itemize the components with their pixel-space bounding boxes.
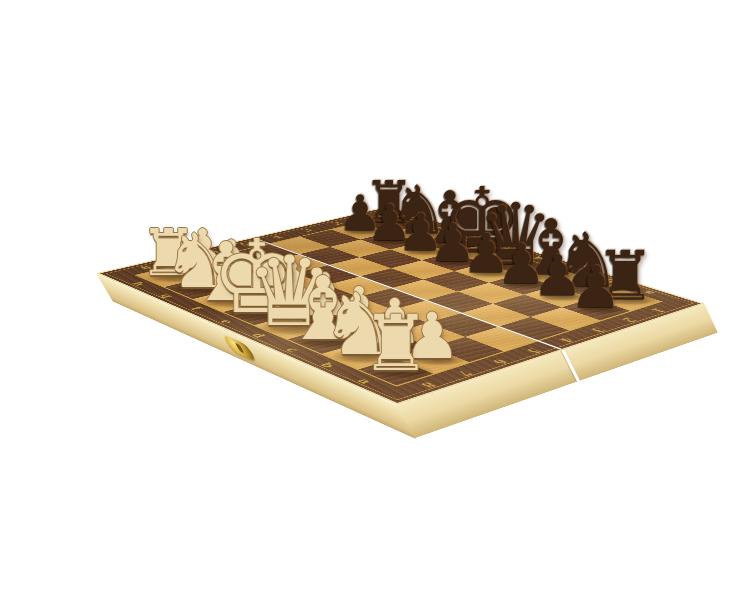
square (493, 295, 561, 317)
file-label-glyph: a (640, 290, 658, 296)
rank-label-glyph: 6 (489, 358, 511, 366)
rank-label-glyph: 4 (556, 336, 577, 343)
rank-label-glyph: 8 (417, 380, 439, 388)
file-label-glyph: f (188, 306, 205, 311)
square (358, 358, 433, 385)
board-perspective-wrapper: hgfedcba hgfedcba 12345678 12345678 (67, 76, 716, 500)
square (359, 309, 428, 332)
file-label-glyph: a (355, 377, 376, 384)
square (428, 313, 498, 337)
square (359, 288, 426, 309)
square (431, 337, 504, 363)
square (324, 319, 394, 343)
square (498, 317, 569, 341)
square (395, 347, 469, 373)
square (359, 333, 431, 358)
square (465, 326, 537, 351)
square (524, 286, 591, 307)
rank-label-glyph: 1 (648, 307, 668, 314)
square (255, 315, 324, 339)
file-label-glyph: e (217, 319, 236, 325)
rank-label-glyph: 7 (453, 369, 475, 377)
rank-label-glyph: 3 (587, 326, 608, 333)
square (561, 298, 630, 320)
file-label-glyph: b (317, 361, 338, 368)
square (326, 297, 393, 319)
file-label-glyph: c (283, 347, 303, 354)
square (291, 306, 359, 329)
square (223, 303, 290, 326)
square (288, 329, 359, 354)
rank-label-glyph: 2 (618, 316, 639, 323)
square (259, 293, 326, 315)
rank-label-glyph: 5 (523, 347, 544, 355)
square (591, 289, 659, 311)
square (394, 323, 465, 347)
square (530, 307, 600, 330)
square (426, 291, 493, 313)
file-label-glyph: d (249, 332, 269, 339)
file-label-glyph: g (158, 293, 177, 299)
chess-board: hgfedcba hgfedcba 12345678 12345678 (96, 206, 705, 405)
chess-set: hgfedcba hgfedcba 12345678 12345678 (96, 206, 705, 405)
square (461, 304, 530, 327)
labels-bottom: hgfedcba (116, 276, 395, 393)
square (393, 300, 461, 322)
square (322, 343, 395, 369)
square (193, 290, 259, 312)
product-photo-scene: hgfedcba hgfedcba 12345678 12345678 ♜♟♞♟… (0, 0, 735, 600)
